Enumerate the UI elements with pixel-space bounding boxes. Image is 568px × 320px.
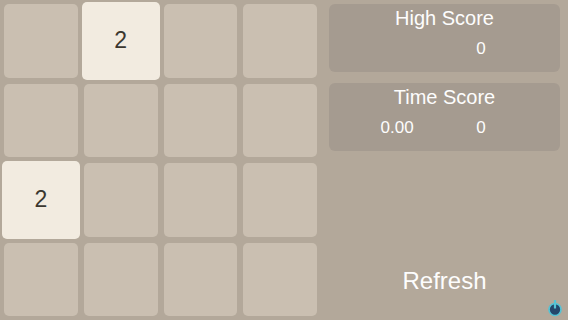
high-score-values: 0 bbox=[329, 39, 560, 61]
tile-2: 2 bbox=[82, 2, 160, 80]
board-cell-r0c2 bbox=[164, 4, 238, 78]
high-score-value: 0 bbox=[476, 39, 485, 59]
board-cell-r0c3 bbox=[243, 4, 317, 78]
time-score-title: Time Score bbox=[329, 83, 560, 109]
board[interactable]: 22 bbox=[0, 0, 321, 320]
board-cell-r3c2 bbox=[164, 243, 238, 317]
board-cell-r3c1 bbox=[84, 243, 158, 317]
board-cell-r0c0 bbox=[4, 4, 78, 78]
board-cell-r2c1 bbox=[84, 163, 158, 237]
time-score-value: 0 bbox=[476, 118, 485, 138]
game-screen: 22 High Score 0 Time Score 0.00 0 Refres… bbox=[0, 0, 568, 320]
board-cell-r1c0 bbox=[4, 84, 78, 158]
board-cell-r3c0 bbox=[4, 243, 78, 317]
board-cell-r2c2 bbox=[164, 163, 238, 237]
refresh-button[interactable]: Refresh bbox=[321, 267, 568, 295]
time-score-values: 0.00 0 bbox=[329, 118, 560, 140]
board-cell-r1c2 bbox=[164, 84, 238, 158]
power-icon[interactable] bbox=[547, 299, 563, 317]
board-cell-r0c1: 2 bbox=[84, 4, 158, 78]
high-score-title: High Score bbox=[329, 4, 560, 30]
high-score-box: High Score 0 bbox=[329, 4, 560, 72]
time-score-time: 0.00 bbox=[381, 118, 414, 138]
time-score-box: Time Score 0.00 0 bbox=[329, 83, 560, 151]
board-cell-r1c1 bbox=[84, 84, 158, 158]
board-cell-r1c3 bbox=[243, 84, 317, 158]
tile-2: 2 bbox=[2, 161, 80, 239]
side-panel: High Score 0 Time Score 0.00 0 Refresh bbox=[321, 0, 568, 320]
board-cell-r2c3 bbox=[243, 163, 317, 237]
board-cell-r3c3 bbox=[243, 243, 317, 317]
board-cell-r2c0: 2 bbox=[4, 163, 78, 237]
